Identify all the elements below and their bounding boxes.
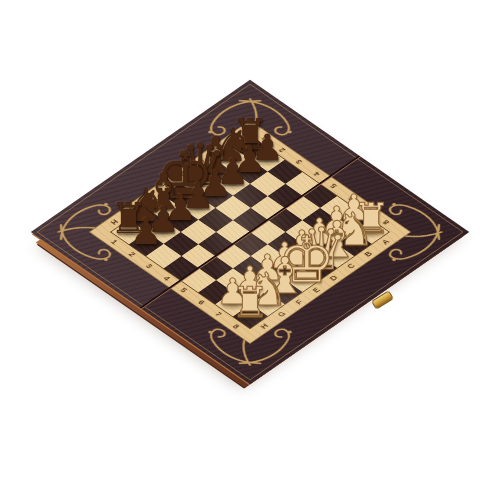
chess-board-surface: HGFEDCBA HGFEDCBA 12345678 12345678	[31, 80, 469, 385]
board-3d: HGFEDCBA HGFEDCBA 12345678 12345678	[95, 77, 405, 387]
chess-set-photo: HGFEDCBA HGFEDCBA 12345678 12345678 ♜♞♝♛…	[0, 0, 500, 500]
